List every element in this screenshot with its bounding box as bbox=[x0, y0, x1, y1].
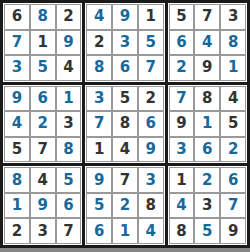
cell-r4c6[interactable]: 2 bbox=[138, 86, 164, 112]
cell-r4c8[interactable]: 8 bbox=[194, 86, 220, 112]
cell-r9c4[interactable]: 6 bbox=[86, 218, 112, 244]
cell-r4c9[interactable]: 4 bbox=[220, 86, 246, 112]
box-4: 961423578 bbox=[3, 85, 82, 164]
cell-r7c8[interactable]: 2 bbox=[194, 167, 220, 193]
cell-r5c7[interactable]: 9 bbox=[169, 111, 195, 137]
cell-r6c6[interactable]: 9 bbox=[138, 137, 164, 163]
cell-r3c3[interactable]: 4 bbox=[56, 55, 82, 81]
cell-r1c5[interactable]: 9 bbox=[112, 4, 138, 30]
box-7: 845196237 bbox=[3, 166, 82, 245]
cell-r5c9[interactable]: 5 bbox=[220, 111, 246, 137]
cell-r1c4[interactable]: 4 bbox=[86, 4, 112, 30]
cell-r2c7[interactable]: 6 bbox=[169, 30, 195, 56]
cell-r7c4[interactable]: 9 bbox=[86, 167, 112, 193]
cell-r3c9[interactable]: 1 bbox=[220, 55, 246, 81]
cell-r1c3[interactable]: 2 bbox=[56, 4, 82, 30]
cell-r2c9[interactable]: 8 bbox=[220, 30, 246, 56]
cell-r7c7[interactable]: 1 bbox=[169, 167, 195, 193]
board-bottom-shadow bbox=[0, 248, 250, 252]
cell-r9c8[interactable]: 5 bbox=[194, 218, 220, 244]
cell-r8c3[interactable]: 6 bbox=[56, 193, 82, 219]
cell-r5c3[interactable]: 3 bbox=[56, 111, 82, 137]
cell-r1c8[interactable]: 7 bbox=[194, 4, 220, 30]
box-6: 784915362 bbox=[168, 85, 247, 164]
cell-r3c6[interactable]: 7 bbox=[138, 55, 164, 81]
cell-r3c1[interactable]: 3 bbox=[4, 55, 30, 81]
cell-r4c4[interactable]: 3 bbox=[86, 86, 112, 112]
cell-r3c5[interactable]: 6 bbox=[112, 55, 138, 81]
cell-r4c1[interactable]: 9 bbox=[4, 86, 30, 112]
cell-r8c1[interactable]: 1 bbox=[4, 193, 30, 219]
cell-r6c5[interactable]: 4 bbox=[112, 137, 138, 163]
box-8: 973528614 bbox=[85, 166, 164, 245]
cell-r5c6[interactable]: 6 bbox=[138, 111, 164, 137]
cell-r3c2[interactable]: 5 bbox=[30, 55, 56, 81]
cell-r2c6[interactable]: 5 bbox=[138, 30, 164, 56]
cell-r2c1[interactable]: 7 bbox=[4, 30, 30, 56]
cell-r1c7[interactable]: 5 bbox=[169, 4, 195, 30]
cell-r1c2[interactable]: 8 bbox=[30, 4, 56, 30]
cell-r5c5[interactable]: 8 bbox=[112, 111, 138, 137]
cell-r9c6[interactable]: 4 bbox=[138, 218, 164, 244]
cell-r6c7[interactable]: 3 bbox=[169, 137, 195, 163]
cell-r1c6[interactable]: 1 bbox=[138, 4, 164, 30]
cell-r8c6[interactable]: 8 bbox=[138, 193, 164, 219]
cell-r2c4[interactable]: 2 bbox=[86, 30, 112, 56]
cell-r7c1[interactable]: 8 bbox=[4, 167, 30, 193]
cell-r7c6[interactable]: 3 bbox=[138, 167, 164, 193]
box-3: 573648291 bbox=[168, 3, 247, 82]
cell-r2c8[interactable]: 4 bbox=[194, 30, 220, 56]
box-9: 126437859 bbox=[168, 166, 247, 245]
cell-r8c7[interactable]: 4 bbox=[169, 193, 195, 219]
cell-r2c2[interactable]: 1 bbox=[30, 30, 56, 56]
cell-r6c2[interactable]: 7 bbox=[30, 137, 56, 163]
sudoku-widget: 6827193544912358675736482919614235783527… bbox=[0, 0, 250, 252]
cell-r5c2[interactable]: 2 bbox=[30, 111, 56, 137]
cell-r6c3[interactable]: 8 bbox=[56, 137, 82, 163]
cell-r4c2[interactable]: 6 bbox=[30, 86, 56, 112]
cell-r2c3[interactable]: 9 bbox=[56, 30, 82, 56]
cell-r1c9[interactable]: 3 bbox=[220, 4, 246, 30]
cell-r5c8[interactable]: 1 bbox=[194, 111, 220, 137]
cell-r8c5[interactable]: 2 bbox=[112, 193, 138, 219]
box-1: 682719354 bbox=[3, 3, 82, 82]
cell-r3c8[interactable]: 9 bbox=[194, 55, 220, 81]
sudoku-board: 6827193544912358675736482919614235783527… bbox=[0, 0, 250, 248]
cell-r9c9[interactable]: 9 bbox=[220, 218, 246, 244]
cell-r1c1[interactable]: 6 bbox=[4, 4, 30, 30]
box-2: 491235867 bbox=[85, 3, 164, 82]
cell-r8c8[interactable]: 3 bbox=[194, 193, 220, 219]
cell-r2c5[interactable]: 3 bbox=[112, 30, 138, 56]
cell-r7c5[interactable]: 7 bbox=[112, 167, 138, 193]
cell-r6c4[interactable]: 1 bbox=[86, 137, 112, 163]
box-5: 352786149 bbox=[85, 85, 164, 164]
cell-r7c2[interactable]: 4 bbox=[30, 167, 56, 193]
cell-r6c8[interactable]: 6 bbox=[194, 137, 220, 163]
cell-r4c3[interactable]: 1 bbox=[56, 86, 82, 112]
cell-r9c3[interactable]: 7 bbox=[56, 218, 82, 244]
cell-r3c7[interactable]: 2 bbox=[169, 55, 195, 81]
cell-r3c4[interactable]: 8 bbox=[86, 55, 112, 81]
cell-r9c7[interactable]: 8 bbox=[169, 218, 195, 244]
cell-r9c1[interactable]: 2 bbox=[4, 218, 30, 244]
cell-r8c9[interactable]: 7 bbox=[220, 193, 246, 219]
cell-r8c4[interactable]: 5 bbox=[86, 193, 112, 219]
cell-r4c7[interactable]: 7 bbox=[169, 86, 195, 112]
cell-r9c5[interactable]: 1 bbox=[112, 218, 138, 244]
cell-r6c1[interactable]: 5 bbox=[4, 137, 30, 163]
cell-r7c3[interactable]: 5 bbox=[56, 167, 82, 193]
cell-r4c5[interactable]: 5 bbox=[112, 86, 138, 112]
cell-r7c9[interactable]: 6 bbox=[220, 167, 246, 193]
cell-r6c9[interactable]: 2 bbox=[220, 137, 246, 163]
cell-r8c2[interactable]: 9 bbox=[30, 193, 56, 219]
cell-r9c2[interactable]: 3 bbox=[30, 218, 56, 244]
cell-r5c4[interactable]: 7 bbox=[86, 111, 112, 137]
cell-r5c1[interactable]: 4 bbox=[4, 111, 30, 137]
